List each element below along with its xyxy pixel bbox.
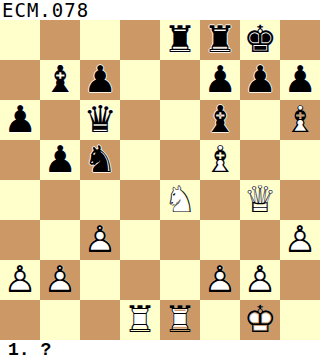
square-a2[interactable]: ♟♙ bbox=[0, 260, 40, 300]
square-h4[interactable] bbox=[280, 180, 320, 220]
white-pawn[interactable]: ♙ bbox=[240, 260, 280, 300]
square-a7[interactable] bbox=[0, 60, 40, 100]
square-e7[interactable] bbox=[160, 60, 200, 100]
square-e8[interactable]: ♜ bbox=[160, 20, 200, 60]
square-f2[interactable]: ♟♙ bbox=[200, 260, 240, 300]
square-f7[interactable]: ♟ bbox=[200, 60, 240, 100]
black-pawn[interactable]: ♟ bbox=[40, 140, 80, 180]
black-pawn[interactable]: ♟ bbox=[200, 60, 240, 100]
black-rook[interactable]: ♜ bbox=[160, 20, 200, 60]
white-rook[interactable]: ♖ bbox=[120, 300, 160, 340]
square-a3[interactable] bbox=[0, 220, 40, 260]
square-g4[interactable]: ♛♕ bbox=[240, 180, 280, 220]
square-g5[interactable] bbox=[240, 140, 280, 180]
square-h7[interactable]: ♟ bbox=[280, 60, 320, 100]
black-pawn[interactable]: ♟ bbox=[240, 60, 280, 100]
square-d1[interactable]: ♜♖ bbox=[120, 300, 160, 340]
square-d8[interactable] bbox=[120, 20, 160, 60]
square-f5[interactable]: ♝♗ bbox=[200, 140, 240, 180]
square-e1[interactable]: ♜♖ bbox=[160, 300, 200, 340]
square-c3[interactable]: ♟♙ bbox=[80, 220, 120, 260]
move-prompt: 1. ? bbox=[0, 340, 320, 360]
square-b3[interactable] bbox=[40, 220, 80, 260]
square-f1[interactable] bbox=[200, 300, 240, 340]
square-e6[interactable] bbox=[160, 100, 200, 140]
square-g7[interactable]: ♟ bbox=[240, 60, 280, 100]
square-b5[interactable]: ♟ bbox=[40, 140, 80, 180]
black-bishop[interactable]: ♝ bbox=[200, 100, 240, 140]
square-d5[interactable] bbox=[120, 140, 160, 180]
square-a4[interactable] bbox=[0, 180, 40, 220]
black-pawn[interactable]: ♟ bbox=[280, 60, 320, 100]
square-h2[interactable] bbox=[280, 260, 320, 300]
square-f8[interactable]: ♜ bbox=[200, 20, 240, 60]
black-king[interactable]: ♚ bbox=[240, 20, 280, 60]
square-b7[interactable]: ♝ bbox=[40, 60, 80, 100]
square-a5[interactable] bbox=[0, 140, 40, 180]
square-c2[interactable] bbox=[80, 260, 120, 300]
square-f3[interactable] bbox=[200, 220, 240, 260]
square-a6[interactable]: ♟ bbox=[0, 100, 40, 140]
white-bishop[interactable]: ♗ bbox=[200, 140, 240, 180]
square-c5[interactable]: ♞ bbox=[80, 140, 120, 180]
white-pawn[interactable]: ♙ bbox=[280, 220, 320, 260]
white-bishop[interactable]: ♗ bbox=[280, 100, 320, 140]
square-e5[interactable] bbox=[160, 140, 200, 180]
square-c4[interactable] bbox=[80, 180, 120, 220]
square-f4[interactable] bbox=[200, 180, 240, 220]
square-d6[interactable] bbox=[120, 100, 160, 140]
square-g1[interactable]: ♚♔ bbox=[240, 300, 280, 340]
black-bishop[interactable]: ♝ bbox=[40, 60, 80, 100]
square-h5[interactable] bbox=[280, 140, 320, 180]
white-pawn[interactable]: ♙ bbox=[80, 220, 120, 260]
square-b1[interactable] bbox=[40, 300, 80, 340]
square-f6[interactable]: ♝ bbox=[200, 100, 240, 140]
chess-diagram: ECM.078 ♜♜♚♝♟♟♟♟♟♛♝♝♗♟♞♝♗♞♘♛♕♟♙♟♙♟♙♟♙♟♙♟… bbox=[0, 0, 320, 360]
square-c7[interactable]: ♟ bbox=[80, 60, 120, 100]
square-e2[interactable] bbox=[160, 260, 200, 300]
square-h1[interactable] bbox=[280, 300, 320, 340]
black-knight[interactable]: ♞ bbox=[80, 140, 120, 180]
square-c8[interactable] bbox=[80, 20, 120, 60]
square-d7[interactable] bbox=[120, 60, 160, 100]
square-b6[interactable] bbox=[40, 100, 80, 140]
square-b2[interactable]: ♟♙ bbox=[40, 260, 80, 300]
black-pawn[interactable]: ♟ bbox=[0, 100, 40, 140]
square-c1[interactable] bbox=[80, 300, 120, 340]
square-e4[interactable]: ♞♘ bbox=[160, 180, 200, 220]
square-d3[interactable] bbox=[120, 220, 160, 260]
square-h6[interactable]: ♝♗ bbox=[280, 100, 320, 140]
white-pawn[interactable]: ♙ bbox=[200, 260, 240, 300]
square-g2[interactable]: ♟♙ bbox=[240, 260, 280, 300]
white-pawn[interactable]: ♙ bbox=[40, 260, 80, 300]
black-rook[interactable]: ♜ bbox=[200, 20, 240, 60]
square-g8[interactable]: ♚ bbox=[240, 20, 280, 60]
square-d4[interactable] bbox=[120, 180, 160, 220]
chess-board: ♜♜♚♝♟♟♟♟♟♛♝♝♗♟♞♝♗♞♘♛♕♟♙♟♙♟♙♟♙♟♙♟♙♜♖♜♖♚♔ bbox=[0, 20, 320, 340]
white-queen[interactable]: ♕ bbox=[240, 180, 280, 220]
white-rook[interactable]: ♖ bbox=[160, 300, 200, 340]
white-knight[interactable]: ♘ bbox=[160, 180, 200, 220]
square-e3[interactable] bbox=[160, 220, 200, 260]
square-d2[interactable] bbox=[120, 260, 160, 300]
square-a8[interactable] bbox=[0, 20, 40, 60]
square-a1[interactable] bbox=[0, 300, 40, 340]
black-queen[interactable]: ♛ bbox=[80, 100, 120, 140]
square-c6[interactable]: ♛ bbox=[80, 100, 120, 140]
white-king[interactable]: ♔ bbox=[240, 300, 280, 340]
square-g3[interactable] bbox=[240, 220, 280, 260]
square-h3[interactable]: ♟♙ bbox=[280, 220, 320, 260]
black-pawn[interactable]: ♟ bbox=[80, 60, 120, 100]
square-g6[interactable] bbox=[240, 100, 280, 140]
diagram-title: ECM.078 bbox=[0, 0, 320, 20]
square-b8[interactable] bbox=[40, 20, 80, 60]
white-pawn[interactable]: ♙ bbox=[0, 260, 40, 300]
square-h8[interactable] bbox=[280, 20, 320, 60]
square-b4[interactable] bbox=[40, 180, 80, 220]
